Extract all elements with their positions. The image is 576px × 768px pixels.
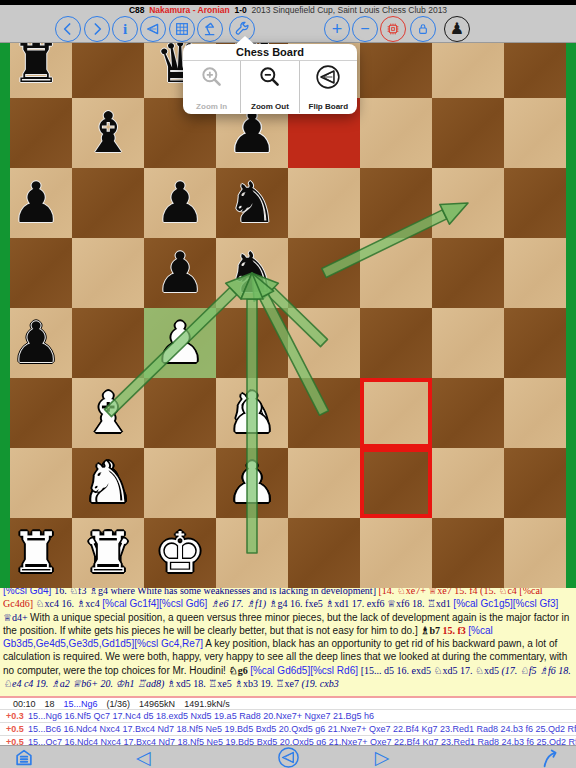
square-c4[interactable] bbox=[144, 308, 216, 378]
forward-icon[interactable] bbox=[84, 16, 110, 42]
eval-score: +0.3 bbox=[6, 711, 28, 721]
menu-icon[interactable] bbox=[8, 16, 38, 42]
engine-header: 00:10 18 15...Ng6 (1/36) 14965kN 1491.9k… bbox=[0, 698, 576, 709]
app-screen: C88 Nakamura - Aronian 1-0 2013 Sinquefi… bbox=[0, 0, 576, 768]
square-f2[interactable] bbox=[360, 448, 432, 518]
square-c1[interactable] bbox=[144, 518, 216, 588]
previous-move-icon[interactable]: ◁ bbox=[130, 746, 156, 768]
square-g6[interactable] bbox=[432, 168, 504, 238]
zoom-out-button[interactable]: Zoom Out bbox=[241, 61, 299, 113]
square-b6[interactable] bbox=[72, 168, 144, 238]
square-d1[interactable] bbox=[216, 518, 288, 588]
square-g3[interactable] bbox=[432, 378, 504, 448]
playback-icon[interactable] bbox=[140, 16, 166, 42]
result: 1-0 bbox=[234, 5, 246, 15]
square-g7[interactable] bbox=[432, 98, 504, 168]
square-a4[interactable] bbox=[0, 308, 72, 378]
square-d2[interactable] bbox=[216, 448, 288, 518]
square-c2[interactable] bbox=[144, 448, 216, 518]
square-g2[interactable] bbox=[432, 448, 504, 518]
square-b5[interactable] bbox=[72, 238, 144, 308]
engine-nodes: 14965kN bbox=[139, 699, 175, 709]
square-d6[interactable] bbox=[216, 168, 288, 238]
square-b7[interactable] bbox=[72, 98, 144, 168]
square-d4[interactable] bbox=[216, 308, 288, 378]
popup-title: Chess Board bbox=[183, 44, 357, 60]
right-green-bar bbox=[566, 28, 576, 588]
magnifier-plus-icon bbox=[199, 64, 225, 90]
back-icon[interactable] bbox=[55, 16, 81, 42]
menu-right-icon[interactable] bbox=[492, 16, 522, 42]
engine-speed: 1491.9kN/s bbox=[184, 699, 230, 709]
analysis-lamp-icon[interactable] bbox=[197, 16, 223, 42]
square-a7[interactable] bbox=[0, 98, 72, 168]
square-b4[interactable] bbox=[72, 308, 144, 378]
square-e4[interactable] bbox=[288, 308, 360, 378]
autoplay-icon[interactable] bbox=[275, 746, 301, 768]
engine-progress: (1/36) bbox=[107, 699, 131, 709]
square-f4[interactable] bbox=[360, 308, 432, 378]
square-a3[interactable] bbox=[0, 378, 72, 448]
jump-forward-icon[interactable] bbox=[537, 746, 565, 768]
square-c6[interactable] bbox=[144, 168, 216, 238]
square-e2[interactable] bbox=[288, 448, 360, 518]
magnifier-minus-icon bbox=[257, 64, 283, 90]
annotation-panel[interactable]: [%csl Gd4] 16. ♘f3 ♗g4 where White has s… bbox=[0, 588, 576, 696]
square-d5[interactable] bbox=[216, 238, 288, 308]
toolbar-icon-row: i + − ♟ bbox=[0, 16, 576, 42]
square-f7[interactable] bbox=[360, 98, 432, 168]
square-f1[interactable] bbox=[360, 518, 432, 588]
lock-icon[interactable] bbox=[410, 16, 436, 42]
zoom-in-button[interactable]: Zoom In bbox=[183, 61, 241, 113]
square-a2[interactable] bbox=[0, 448, 72, 518]
square-a5[interactable] bbox=[0, 238, 72, 308]
popup-caret bbox=[236, 36, 254, 44]
square-g1[interactable] bbox=[432, 518, 504, 588]
square-a1[interactable] bbox=[0, 518, 72, 588]
square-b3[interactable] bbox=[72, 378, 144, 448]
event: 2013 Sinquefield Cup, Saint Louis Chess … bbox=[251, 5, 447, 15]
engine-line-1[interactable]: +0.315...Ng6 16.Nf5 Qc7 17.Nc4 d5 18.exd… bbox=[0, 709, 576, 722]
square-g5[interactable] bbox=[432, 238, 504, 308]
top-toolbar: C88 Nakamura - Aronian 1-0 2013 Sinquefi… bbox=[0, 5, 576, 43]
board-grid-icon[interactable] bbox=[169, 16, 195, 42]
zoom-in-plus-icon[interactable]: + bbox=[324, 16, 350, 42]
square-f5[interactable] bbox=[360, 238, 432, 308]
engine-depth: 18 bbox=[45, 699, 55, 709]
left-green-bar bbox=[0, 28, 10, 588]
square-e3[interactable] bbox=[288, 378, 360, 448]
flip-board-button[interactable]: Flip Board bbox=[300, 61, 357, 113]
square-e6[interactable] bbox=[288, 168, 360, 238]
annotation-text: [%csl Gd4] 16. ♘f3 ♗g4 where White has s… bbox=[3, 588, 573, 690]
zoom-out-minus-icon[interactable]: − bbox=[352, 16, 378, 42]
game-title: C88 Nakamura - Aronian 1-0 2013 Sinquefi… bbox=[0, 5, 576, 16]
square-e1[interactable] bbox=[288, 518, 360, 588]
flip-board-icon bbox=[315, 64, 341, 90]
eval-score: +0.5 bbox=[6, 724, 28, 734]
square-b2[interactable] bbox=[72, 448, 144, 518]
square-d3[interactable] bbox=[216, 378, 288, 448]
engine-panel[interactable]: 00:10 18 15...Ng6 (1/36) 14965kN 1491.9k… bbox=[0, 696, 576, 745]
square-b1[interactable] bbox=[72, 518, 144, 588]
square-c5[interactable] bbox=[144, 238, 216, 308]
engine-cpu-icon[interactable] bbox=[380, 16, 406, 42]
engine-time: 00:10 bbox=[13, 699, 36, 709]
square-a6[interactable] bbox=[0, 168, 72, 238]
square-c3[interactable] bbox=[144, 378, 216, 448]
eco-code: C88 bbox=[129, 5, 145, 15]
bottom-toolbar: ◁ ▷ bbox=[0, 745, 576, 768]
chess-board-popup: Chess Board Zoom In Zoom Out Flip Board bbox=[183, 44, 357, 114]
square-f6[interactable] bbox=[360, 168, 432, 238]
square-g4[interactable] bbox=[432, 308, 504, 378]
square-e5[interactable] bbox=[288, 238, 360, 308]
eval-moves: 15...Bc6 16.Ndc4 Nxc4 17.Bxc4 Nd7 18.Nf5… bbox=[28, 724, 576, 734]
status-bar bbox=[0, 0, 576, 5]
next-move-icon[interactable]: ▷ bbox=[369, 746, 395, 768]
players: Nakamura - Aronian bbox=[149, 5, 229, 15]
game-list-icon[interactable] bbox=[11, 746, 37, 768]
engine-current-move: 15...Ng6 bbox=[64, 699, 98, 709]
square-f3[interactable] bbox=[360, 378, 432, 448]
engine-line-2[interactable]: +0.515...Bc6 16.Ndc4 Nxc4 17.Bxc4 Nd7 18… bbox=[0, 722, 576, 735]
side-to-move-icon[interactable]: ♟ bbox=[444, 16, 470, 42]
eval-moves: 15...Ng6 16.Nf5 Qc7 17.Nc4 d5 18.exd5 Nx… bbox=[28, 711, 374, 721]
info-icon[interactable]: i bbox=[112, 16, 138, 42]
